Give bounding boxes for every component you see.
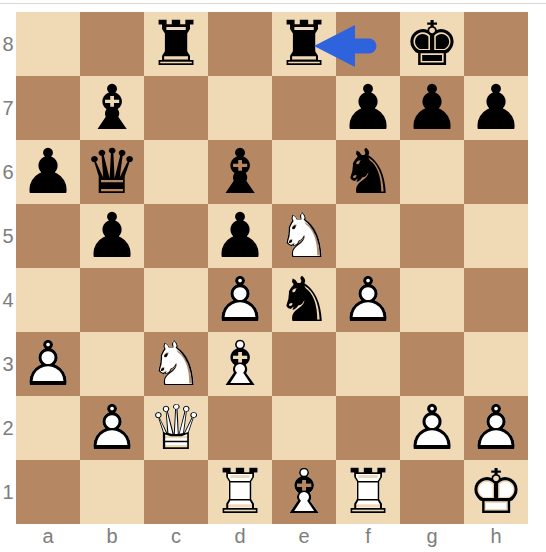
square-c8[interactable]: ♜ xyxy=(144,12,208,76)
square-g4[interactable] xyxy=(400,268,464,332)
rank-label-4: 4 xyxy=(0,268,16,332)
white-pawn-outline-glyph: ♙ xyxy=(84,396,140,460)
black-pawn-glyph: ♟ xyxy=(404,76,460,140)
piece-black-bishop[interactable]: ♝ xyxy=(80,76,144,140)
file-label-a: a xyxy=(16,523,80,550)
square-e6[interactable] xyxy=(272,140,336,204)
square-b6[interactable]: ♛ xyxy=(80,140,144,204)
piece-black-king[interactable]: ♚ xyxy=(400,12,464,76)
square-a6[interactable]: ♟ xyxy=(16,140,80,204)
piece-white-bishop[interactable]: ♝♗ xyxy=(272,460,336,524)
square-h3[interactable] xyxy=(464,332,528,396)
square-h8[interactable] xyxy=(464,12,528,76)
piece-black-pawn[interactable]: ♟ xyxy=(208,204,272,268)
file-labels: abcdefgh xyxy=(16,523,528,550)
square-e1[interactable]: ♝♗ xyxy=(272,460,336,524)
square-e5[interactable]: ♞♘ xyxy=(272,204,336,268)
piece-black-rook[interactable]: ♜ xyxy=(144,12,208,76)
piece-black-bishop[interactable]: ♝ xyxy=(208,140,272,204)
top-hairline xyxy=(0,3,546,4)
piece-white-pawn[interactable]: ♟♙ xyxy=(16,332,80,396)
square-c1[interactable] xyxy=(144,460,208,524)
square-g5[interactable] xyxy=(400,204,464,268)
piece-black-pawn[interactable]: ♟ xyxy=(464,76,528,140)
piece-white-pawn[interactable]: ♟♙ xyxy=(464,396,528,460)
square-d4[interactable]: ♟♙ xyxy=(208,268,272,332)
square-g3[interactable] xyxy=(400,332,464,396)
square-h7[interactable]: ♟ xyxy=(464,76,528,140)
piece-black-pawn[interactable]: ♟ xyxy=(16,140,80,204)
square-c3[interactable]: ♞♘ xyxy=(144,332,208,396)
square-h5[interactable] xyxy=(464,204,528,268)
piece-black-pawn[interactable]: ♟ xyxy=(336,76,400,140)
square-d7[interactable] xyxy=(208,76,272,140)
square-a7[interactable] xyxy=(16,76,80,140)
square-f6[interactable]: ♞ xyxy=(336,140,400,204)
white-rook-outline-glyph: ♖ xyxy=(340,460,396,524)
white-king-outline-glyph: ♔ xyxy=(468,460,524,524)
square-f4[interactable]: ♟♙ xyxy=(336,268,400,332)
piece-black-pawn[interactable]: ♟ xyxy=(400,76,464,140)
white-rook-outline-glyph: ♖ xyxy=(212,460,268,524)
square-b8[interactable] xyxy=(80,12,144,76)
file-label-f: f xyxy=(336,523,400,550)
square-b7[interactable]: ♝ xyxy=(80,76,144,140)
square-e8[interactable]: ♜ xyxy=(272,12,336,76)
square-a4[interactable] xyxy=(16,268,80,332)
rank-label-5: 5 xyxy=(0,204,16,268)
piece-white-queen[interactable]: ♛♕ xyxy=(144,396,208,460)
black-king-glyph: ♚ xyxy=(404,12,460,76)
rank-label-8: 8 xyxy=(0,12,16,76)
black-rook-glyph: ♜ xyxy=(276,12,332,76)
black-knight-glyph: ♞ xyxy=(340,140,396,204)
square-f5[interactable] xyxy=(336,204,400,268)
file-label-h: h xyxy=(464,523,528,550)
square-b2[interactable]: ♟♙ xyxy=(80,396,144,460)
black-bishop-glyph: ♝ xyxy=(84,76,140,140)
piece-white-pawn[interactable]: ♟♙ xyxy=(336,268,400,332)
rank-label-7: 7 xyxy=(0,76,16,140)
square-g6[interactable] xyxy=(400,140,464,204)
square-a2[interactable] xyxy=(16,396,80,460)
square-c5[interactable] xyxy=(144,204,208,268)
white-bishop-outline-glyph: ♗ xyxy=(212,332,268,396)
square-b3[interactable] xyxy=(80,332,144,396)
file-label-d: d xyxy=(208,523,272,550)
white-queen-outline-glyph: ♕ xyxy=(148,396,204,460)
square-f2[interactable] xyxy=(336,396,400,460)
piece-white-rook[interactable]: ♜♖ xyxy=(208,460,272,524)
square-f3[interactable] xyxy=(336,332,400,396)
white-pawn-outline-glyph: ♙ xyxy=(212,268,268,332)
square-f1[interactable]: ♜♖ xyxy=(336,460,400,524)
square-b4[interactable] xyxy=(80,268,144,332)
rank-label-1: 1 xyxy=(0,460,16,524)
square-e2[interactable] xyxy=(272,396,336,460)
square-e7[interactable] xyxy=(272,76,336,140)
piece-white-pawn[interactable]: ♟♙ xyxy=(208,268,272,332)
white-bishop-outline-glyph: ♗ xyxy=(276,460,332,524)
piece-white-pawn[interactable]: ♟♙ xyxy=(400,396,464,460)
white-pawn-outline-glyph: ♙ xyxy=(468,396,524,460)
square-c6[interactable] xyxy=(144,140,208,204)
square-a3[interactable]: ♟♙ xyxy=(16,332,80,396)
rank-labels: 87654321 xyxy=(0,12,16,524)
chess-diagram: 87654321 ♜♜♚♝♟♟♟♟♛♝♞♟♟♞♘♟♙♞♟♙♟♙♞♘♝♗♟♙♛♕♟… xyxy=(0,0,546,552)
square-f8[interactable] xyxy=(336,12,400,76)
white-pawn-outline-glyph: ♙ xyxy=(20,332,76,396)
black-pawn-glyph: ♟ xyxy=(20,140,76,204)
piece-black-rook[interactable]: ♜ xyxy=(272,12,336,76)
square-g8[interactable]: ♚ xyxy=(400,12,464,76)
square-a1[interactable] xyxy=(16,460,80,524)
file-label-c: c xyxy=(144,523,208,550)
black-pawn-glyph: ♟ xyxy=(84,204,140,268)
black-knight-glyph: ♞ xyxy=(276,268,332,332)
square-b5[interactable]: ♟ xyxy=(80,204,144,268)
piece-black-knight[interactable]: ♞ xyxy=(336,140,400,204)
square-c4[interactable] xyxy=(144,268,208,332)
file-label-b: b xyxy=(80,523,144,550)
piece-white-knight[interactable]: ♞♘ xyxy=(272,204,336,268)
rank-label-2: 2 xyxy=(0,396,16,460)
white-knight-outline-glyph: ♘ xyxy=(148,332,204,396)
piece-black-knight[interactable]: ♞ xyxy=(272,268,336,332)
piece-white-king[interactable]: ♚♔ xyxy=(464,460,528,524)
square-c7[interactable] xyxy=(144,76,208,140)
white-knight-outline-glyph: ♘ xyxy=(276,204,332,268)
square-f7[interactable]: ♟ xyxy=(336,76,400,140)
white-pawn-outline-glyph: ♙ xyxy=(340,268,396,332)
square-b1[interactable] xyxy=(80,460,144,524)
piece-white-bishop[interactable]: ♝♗ xyxy=(208,332,272,396)
square-d1[interactable]: ♜♖ xyxy=(208,460,272,524)
square-d6[interactable]: ♝ xyxy=(208,140,272,204)
black-queen-glyph: ♛ xyxy=(84,140,140,204)
square-h4[interactable] xyxy=(464,268,528,332)
rank-label-3: 3 xyxy=(0,332,16,396)
piece-white-knight[interactable]: ♞♘ xyxy=(144,332,208,396)
rank-label-6: 6 xyxy=(0,140,16,204)
square-c2[interactable]: ♛♕ xyxy=(144,396,208,460)
piece-black-pawn[interactable]: ♟ xyxy=(80,204,144,268)
square-g7[interactable]: ♟ xyxy=(400,76,464,140)
piece-white-pawn[interactable]: ♟♙ xyxy=(80,396,144,460)
square-h1[interactable]: ♚♔ xyxy=(464,460,528,524)
black-pawn-glyph: ♟ xyxy=(340,76,396,140)
black-pawn-glyph: ♟ xyxy=(212,204,268,268)
square-g1[interactable] xyxy=(400,460,464,524)
square-d3[interactable]: ♝♗ xyxy=(208,332,272,396)
file-label-g: g xyxy=(400,523,464,550)
square-d2[interactable] xyxy=(208,396,272,460)
black-pawn-glyph: ♟ xyxy=(468,76,524,140)
square-d5[interactable]: ♟ xyxy=(208,204,272,268)
black-bishop-glyph: ♝ xyxy=(212,140,268,204)
piece-white-rook[interactable]: ♜♖ xyxy=(336,460,400,524)
square-a8[interactable] xyxy=(16,12,80,76)
chess-board[interactable]: ♜♜♚♝♟♟♟♟♛♝♞♟♟♞♘♟♙♞♟♙♟♙♞♘♝♗♟♙♛♕♟♙♟♙♜♖♝♗♜♖… xyxy=(16,12,528,524)
square-h6[interactable] xyxy=(464,140,528,204)
piece-black-queen[interactable]: ♛ xyxy=(80,140,144,204)
white-pawn-outline-glyph: ♙ xyxy=(404,396,460,460)
square-h2[interactable]: ♟♙ xyxy=(464,396,528,460)
black-rook-glyph: ♜ xyxy=(148,12,204,76)
square-g2[interactable]: ♟♙ xyxy=(400,396,464,460)
square-e3[interactable] xyxy=(272,332,336,396)
square-d8[interactable] xyxy=(208,12,272,76)
square-a5[interactable] xyxy=(16,204,80,268)
square-e4[interactable]: ♞ xyxy=(272,268,336,332)
file-label-e: e xyxy=(272,523,336,550)
